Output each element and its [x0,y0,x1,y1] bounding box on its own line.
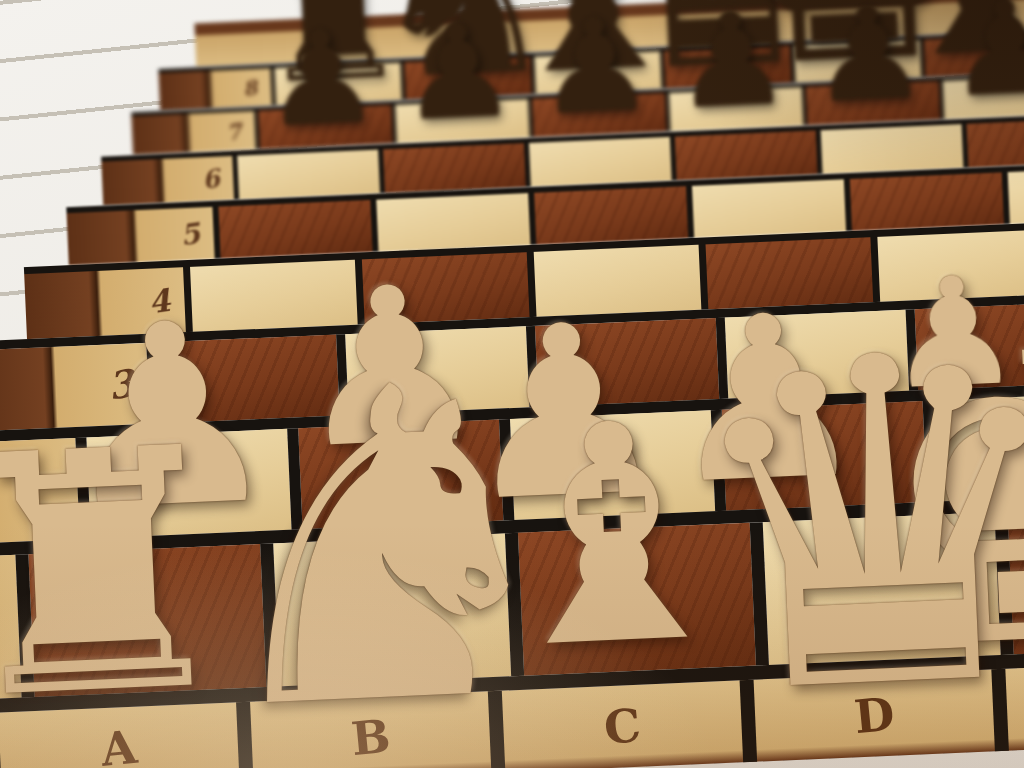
square-c5 [528,186,688,245]
chess-photo-scene: 876543ABCD ♜♞♝♛♚♝♞♟♟♟♟♟♟♟♟♟♟♟♜♞♝♛♚ [0,0,1024,768]
square-a6 [232,150,380,200]
black-pawn[interactable]: ♟ [945,0,1024,116]
board-left-border-rank-8: 8 [159,68,273,111]
black-pawn[interactable]: ♟ [260,11,382,146]
square-d5 [686,179,846,238]
black-pawn[interactable]: ♟ [671,0,793,128]
board-left-border-rank-5: 5 [67,207,215,265]
black-pawn[interactable]: ♟ [808,0,930,122]
square-b6 [378,143,526,193]
board-left-border-rank-6: 6 [101,156,234,206]
square-f5 [1002,166,1024,225]
board-left-border-rank-7: 7 [131,111,256,155]
white-knight[interactable]: ♞ [181,325,585,768]
white-queen[interactable]: ♛ [669,291,1024,758]
rank-label-6: 6 [200,163,222,194]
square-e5 [844,172,1004,231]
black-pawn[interactable]: ♟ [534,0,656,134]
rank-label-7: 7 [224,117,243,145]
board-tilt-wrapper: 876543ABCD ♜♞♝♛♚♝♞♟♟♟♟♟♟♟♟♟♟♟♜♞♝♛♚ [0,0,1024,768]
rank-label-5: 5 [178,216,202,252]
black-pawn[interactable]: ♟ [397,5,519,140]
pieces-layer: ♜♞♝♛♚♝♞♟♟♟♟♟♟♟♟♟♟♟♜♞♝♛♚ [0,0,1005,23]
rank-label-8: 8 [242,75,259,101]
